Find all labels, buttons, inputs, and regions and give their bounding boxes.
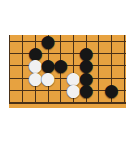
grid-line-h <box>118 65 126 66</box>
grid-line-v <box>98 72 99 84</box>
grid-line-v <box>22 47 23 59</box>
intersection[interactable] <box>9 60 16 72</box>
grid-line-v <box>73 35 74 47</box>
intersection[interactable]: ● <box>42 35 55 47</box>
grid-line-v <box>98 60 99 72</box>
black-stone: ● <box>104 81 119 98</box>
intersection[interactable]: ● <box>105 84 118 96</box>
grid-line-v <box>35 96 36 102</box>
intersection[interactable] <box>42 96 55 108</box>
grid-line-v <box>22 35 23 47</box>
grid-line-v <box>22 60 23 72</box>
grid-line-v <box>60 84 61 96</box>
grid-line-v <box>98 84 99 96</box>
grid-line-h <box>118 53 126 54</box>
grid-line-v <box>9 84 10 96</box>
grid-line-v <box>124 72 125 84</box>
grid-line-v <box>98 35 99 47</box>
intersection[interactable] <box>105 60 118 72</box>
grid-line-v <box>60 96 61 102</box>
intersection[interactable] <box>16 96 29 108</box>
intersection[interactable] <box>118 35 126 47</box>
intersection[interactable] <box>9 35 16 47</box>
intersection[interactable] <box>29 96 42 108</box>
grid-line-v <box>22 72 23 84</box>
grid-line-v <box>9 60 10 72</box>
intersection[interactable]: ● <box>42 72 55 84</box>
intersection[interactable] <box>92 35 105 47</box>
grid-line-h <box>118 102 126 104</box>
intersection[interactable] <box>9 84 16 96</box>
grid-line-v <box>124 84 125 96</box>
grid-line-v <box>98 96 99 102</box>
intersection[interactable] <box>105 35 118 47</box>
grid-line-v <box>124 96 125 102</box>
grid-line-v <box>124 47 125 59</box>
grid-line-v <box>111 35 112 47</box>
grid-line-v <box>124 35 125 47</box>
intersection[interactable] <box>54 35 67 47</box>
grid-line-v <box>9 96 10 102</box>
grid-line-v <box>22 96 23 102</box>
intersection[interactable] <box>92 47 105 59</box>
grid-line-v <box>9 72 10 84</box>
grid-line-v <box>22 84 23 96</box>
grid-line-v <box>60 35 61 47</box>
intersection[interactable] <box>9 96 16 108</box>
white-stone: ● <box>41 69 56 86</box>
intersection[interactable] <box>105 47 118 59</box>
grid-line-v <box>111 47 112 59</box>
grid-line-v <box>73 47 74 59</box>
intersection[interactable] <box>9 47 16 59</box>
intersection[interactable] <box>118 47 126 59</box>
grid-line-h <box>118 41 126 42</box>
go-board[interactable]: ●●●●●●●●●●●●●● <box>9 35 126 108</box>
board-grid: ●●●●●●●●●●●●●● <box>9 35 126 108</box>
grid-line-v <box>111 60 112 72</box>
grid-line-v <box>9 35 10 47</box>
intersection[interactable] <box>118 60 126 72</box>
grid-line-v <box>98 47 99 59</box>
intersection[interactable] <box>92 60 105 72</box>
intersection[interactable] <box>9 72 16 84</box>
grid-line-v <box>9 47 10 59</box>
intersection[interactable]: ● <box>80 84 93 96</box>
grid-line-v <box>48 96 49 102</box>
grid-line-v <box>124 60 125 72</box>
black-stone: ● <box>79 81 94 98</box>
